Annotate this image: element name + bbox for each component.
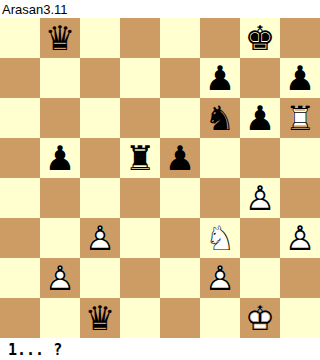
square-d1[interactable]	[120, 298, 160, 338]
piece-black-knight[interactable]: ♞	[200, 98, 240, 138]
piece-outline-glyph: ♘	[200, 218, 240, 258]
piece-glyph: ♛	[80, 298, 120, 338]
square-h4[interactable]	[280, 178, 320, 218]
piece-glyph: ♟	[160, 138, 200, 178]
piece-white-pawn[interactable]: ♟♙	[40, 258, 80, 298]
piece-outline-glyph: ♙	[80, 218, 120, 258]
square-h5[interactable]	[280, 138, 320, 178]
piece-black-king[interactable]: ♚	[240, 18, 280, 58]
square-a4[interactable]	[0, 178, 40, 218]
square-b6[interactable]	[40, 98, 80, 138]
square-a6[interactable]	[0, 98, 40, 138]
square-d7[interactable]	[120, 58, 160, 98]
square-d4[interactable]	[120, 178, 160, 218]
engine-title: Arasan3.11	[0, 0, 320, 18]
square-e7[interactable]	[160, 58, 200, 98]
piece-glyph: ♟	[40, 138, 80, 178]
square-f4[interactable]	[200, 178, 240, 218]
square-f8[interactable]	[200, 18, 240, 58]
square-c8[interactable]	[80, 18, 120, 58]
piece-white-knight[interactable]: ♞♘	[200, 218, 240, 258]
piece-white-rook[interactable]: ♜♖	[280, 98, 320, 138]
piece-glyph: ♜	[120, 138, 160, 178]
square-d8[interactable]	[120, 18, 160, 58]
piece-outline-glyph: ♔	[240, 298, 280, 338]
square-g3[interactable]	[240, 218, 280, 258]
square-a8[interactable]	[0, 18, 40, 58]
square-c1[interactable]: ♛	[80, 298, 120, 338]
square-e6[interactable]	[160, 98, 200, 138]
square-c3[interactable]: ♟♙	[80, 218, 120, 258]
square-f3[interactable]: ♞♘	[200, 218, 240, 258]
square-d5[interactable]: ♜	[120, 138, 160, 178]
piece-black-queen[interactable]: ♛	[40, 18, 80, 58]
square-f5[interactable]	[200, 138, 240, 178]
square-c2[interactable]	[80, 258, 120, 298]
piece-black-pawn[interactable]: ♟	[200, 58, 240, 98]
piece-glyph: ♞	[200, 98, 240, 138]
chess-board: ♛♚♟♟♞♟♜♖♟♜♟♟♙♟♙♞♘♟♙♟♙♟♙♛♚♔	[0, 18, 320, 338]
square-g8[interactable]: ♚	[240, 18, 280, 58]
move-prompt: 1... ?	[0, 338, 320, 360]
square-g6[interactable]: ♟	[240, 98, 280, 138]
square-c7[interactable]	[80, 58, 120, 98]
square-e1[interactable]	[160, 298, 200, 338]
piece-black-pawn[interactable]: ♟	[40, 138, 80, 178]
square-h8[interactable]	[280, 18, 320, 58]
square-g4[interactable]: ♟♙	[240, 178, 280, 218]
square-b2[interactable]: ♟♙	[40, 258, 80, 298]
piece-black-rook[interactable]: ♜	[120, 138, 160, 178]
piece-black-pawn[interactable]: ♟	[280, 58, 320, 98]
piece-black-pawn[interactable]: ♟	[240, 98, 280, 138]
square-b7[interactable]	[40, 58, 80, 98]
piece-glyph: ♟	[200, 58, 240, 98]
piece-glyph: ♟	[280, 58, 320, 98]
square-h3[interactable]: ♟♙	[280, 218, 320, 258]
piece-outline-glyph: ♙	[240, 178, 280, 218]
square-f7[interactable]: ♟	[200, 58, 240, 98]
square-e3[interactable]	[160, 218, 200, 258]
square-c5[interactable]	[80, 138, 120, 178]
square-h6[interactable]: ♜♖	[280, 98, 320, 138]
piece-outline-glyph: ♙	[280, 218, 320, 258]
piece-glyph: ♛	[40, 18, 80, 58]
square-g5[interactable]	[240, 138, 280, 178]
piece-outline-glyph: ♙	[200, 258, 240, 298]
piece-white-pawn[interactable]: ♟♙	[80, 218, 120, 258]
square-c4[interactable]	[80, 178, 120, 218]
square-h7[interactable]: ♟	[280, 58, 320, 98]
piece-outline-glyph: ♙	[40, 258, 80, 298]
piece-white-pawn[interactable]: ♟♙	[240, 178, 280, 218]
square-b5[interactable]: ♟	[40, 138, 80, 178]
square-g2[interactable]	[240, 258, 280, 298]
square-a1[interactable]	[0, 298, 40, 338]
piece-black-queen[interactable]: ♛	[80, 298, 120, 338]
square-d3[interactable]	[120, 218, 160, 258]
square-g7[interactable]	[240, 58, 280, 98]
piece-black-pawn[interactable]: ♟	[160, 138, 200, 178]
square-c6[interactable]	[80, 98, 120, 138]
square-a5[interactable]	[0, 138, 40, 178]
square-b1[interactable]	[40, 298, 80, 338]
square-d2[interactable]	[120, 258, 160, 298]
square-g1[interactable]: ♚♔	[240, 298, 280, 338]
piece-white-pawn[interactable]: ♟♙	[200, 258, 240, 298]
square-b3[interactable]	[40, 218, 80, 258]
square-e4[interactable]	[160, 178, 200, 218]
square-d6[interactable]	[120, 98, 160, 138]
square-f2[interactable]: ♟♙	[200, 258, 240, 298]
square-e8[interactable]	[160, 18, 200, 58]
piece-white-king[interactable]: ♚♔	[240, 298, 280, 338]
square-f6[interactable]: ♞	[200, 98, 240, 138]
square-h1[interactable]	[280, 298, 320, 338]
piece-white-pawn[interactable]: ♟♙	[280, 218, 320, 258]
square-b8[interactable]: ♛	[40, 18, 80, 58]
square-a2[interactable]	[0, 258, 40, 298]
square-f1[interactable]	[200, 298, 240, 338]
piece-glyph: ♟	[240, 98, 280, 138]
square-a3[interactable]	[0, 218, 40, 258]
square-e5[interactable]: ♟	[160, 138, 200, 178]
piece-outline-glyph: ♖	[280, 98, 320, 138]
square-e2[interactable]	[160, 258, 200, 298]
square-a7[interactable]	[0, 58, 40, 98]
piece-glyph: ♚	[240, 18, 280, 58]
square-h2[interactable]	[280, 258, 320, 298]
square-b4[interactable]	[40, 178, 80, 218]
